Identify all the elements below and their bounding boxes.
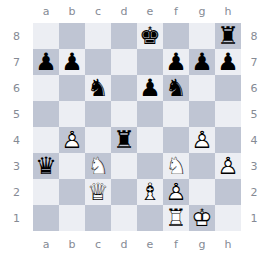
square-c7[interactable] (85, 49, 111, 75)
square-d6[interactable] (111, 75, 137, 101)
square-d2[interactable] (111, 179, 137, 205)
rank-label-right-3: 3 (241, 153, 267, 179)
square-b3[interactable] (59, 153, 85, 179)
piece-outline: ♖ (163, 205, 189, 231)
file-label-top-h: h (215, 0, 241, 23)
piece-outline: ♘ (85, 153, 111, 179)
square-b2[interactable] (59, 179, 85, 205)
square-a7[interactable]: ♟ (33, 49, 59, 75)
square-d3[interactable] (111, 153, 137, 179)
square-e3[interactable] (137, 153, 163, 179)
black-queen[interactable]: ♛ (33, 153, 59, 179)
black-rook[interactable]: ♜ (215, 23, 241, 49)
black-pawn[interactable]: ♟ (33, 49, 59, 75)
rank-label-right-8: 8 (241, 23, 267, 49)
square-e2[interactable]: ♝♗ (137, 179, 163, 205)
white-pawn[interactable]: ♟♙ (189, 127, 215, 153)
square-a3[interactable]: ♛ (33, 153, 59, 179)
square-d5[interactable] (111, 101, 137, 127)
file-label-bottom-a: a (33, 231, 59, 258)
square-c8[interactable] (85, 23, 111, 49)
white-knight[interactable]: ♞♘ (163, 153, 189, 179)
board-corner (0, 231, 33, 258)
piece-outline: ♙ (59, 127, 85, 153)
chess-board: abcdefgh8♚♜87♟♟♟♟♟76♞♟♞6554♟♙♜♟♙43♛♞♘♞♘♟… (0, 0, 267, 258)
square-h1[interactable] (215, 205, 241, 231)
square-c4[interactable] (85, 127, 111, 153)
square-a1[interactable] (33, 205, 59, 231)
white-pawn[interactable]: ♟♙ (163, 179, 189, 205)
square-b5[interactable] (59, 101, 85, 127)
file-label-bottom-d: d (111, 231, 137, 258)
rank-label-left-6: 6 (0, 75, 33, 101)
rank-label-left-4: 4 (0, 127, 33, 153)
piece-outline: ♙ (215, 153, 241, 179)
white-rook[interactable]: ♜♖ (163, 205, 189, 231)
piece-outline: ♕ (85, 179, 111, 205)
square-g5[interactable] (189, 101, 215, 127)
rank-label-right-6: 6 (241, 75, 267, 101)
square-e8[interactable]: ♚ (137, 23, 163, 49)
white-king[interactable]: ♚♔ (189, 205, 215, 231)
rank-label-right-5: 5 (241, 101, 267, 127)
black-king[interactable]: ♚ (137, 23, 163, 49)
square-a2[interactable] (33, 179, 59, 205)
square-a4[interactable] (33, 127, 59, 153)
file-label-bottom-h: h (215, 231, 241, 258)
square-g6[interactable] (189, 75, 215, 101)
square-c1[interactable] (85, 205, 111, 231)
chess-diagram: abcdefgh8♚♜87♟♟♟♟♟76♞♟♞6554♟♙♜♟♙43♛♞♘♞♘♟… (0, 0, 267, 258)
file-label-top-f: f (163, 0, 189, 23)
square-e7[interactable] (137, 49, 163, 75)
file-label-bottom-e: e (137, 231, 163, 258)
square-h5[interactable] (215, 101, 241, 127)
white-pawn[interactable]: ♟♙ (59, 127, 85, 153)
square-f6[interactable]: ♞ (163, 75, 189, 101)
square-c6[interactable]: ♞ (85, 75, 111, 101)
square-b6[interactable] (59, 75, 85, 101)
white-knight[interactable]: ♞♘ (85, 153, 111, 179)
square-b8[interactable] (59, 23, 85, 49)
piece-outline: ♘ (163, 153, 189, 179)
file-label-top-c: c (85, 0, 111, 23)
rank-label-right-4: 4 (241, 127, 267, 153)
square-d1[interactable] (111, 205, 137, 231)
black-knight[interactable]: ♞ (163, 75, 189, 101)
file-label-top-g: g (189, 0, 215, 23)
file-label-bottom-b: b (59, 231, 85, 258)
board-corner (241, 0, 267, 23)
rank-label-left-2: 2 (0, 179, 33, 205)
square-f1[interactable]: ♜♖ (163, 205, 189, 231)
square-h4[interactable] (215, 127, 241, 153)
square-c2[interactable]: ♛♕ (85, 179, 111, 205)
board-corner (0, 0, 33, 23)
black-rook[interactable]: ♜ (111, 127, 137, 153)
square-h3[interactable]: ♟♙ (215, 153, 241, 179)
square-f5[interactable] (163, 101, 189, 127)
square-f8[interactable] (163, 23, 189, 49)
rank-label-right-2: 2 (241, 179, 267, 205)
square-g7[interactable]: ♟ (189, 49, 215, 75)
square-g1[interactable]: ♚♔ (189, 205, 215, 231)
file-label-bottom-f: f (163, 231, 189, 258)
square-a8[interactable] (33, 23, 59, 49)
file-label-top-e: e (137, 0, 163, 23)
black-knight[interactable]: ♞ (85, 75, 111, 101)
square-h2[interactable] (215, 179, 241, 205)
rank-label-left-7: 7 (0, 49, 33, 75)
black-pawn[interactable]: ♟ (189, 49, 215, 75)
black-pawn[interactable]: ♟ (163, 49, 189, 75)
square-c3[interactable]: ♞♘ (85, 153, 111, 179)
file-label-bottom-c: c (85, 231, 111, 258)
rank-label-left-5: 5 (0, 101, 33, 127)
square-h8[interactable]: ♜ (215, 23, 241, 49)
board-corner (241, 231, 267, 258)
square-f3[interactable]: ♞♘ (163, 153, 189, 179)
black-pawn[interactable]: ♟ (215, 49, 241, 75)
white-queen[interactable]: ♛♕ (85, 179, 111, 205)
black-pawn[interactable]: ♟ (137, 75, 163, 101)
rank-label-right-7: 7 (241, 49, 267, 75)
square-g2[interactable] (189, 179, 215, 205)
piece-outline: ♗ (137, 179, 163, 205)
square-d7[interactable] (111, 49, 137, 75)
file-label-top-b: b (59, 0, 85, 23)
square-f2[interactable]: ♟♙ (163, 179, 189, 205)
black-pawn[interactable]: ♟ (59, 49, 85, 75)
square-a6[interactable] (33, 75, 59, 101)
white-bishop[interactable]: ♝♗ (137, 179, 163, 205)
piece-outline: ♔ (189, 205, 215, 231)
square-h6[interactable] (215, 75, 241, 101)
rank-label-right-1: 1 (241, 205, 267, 231)
square-d4[interactable]: ♜ (111, 127, 137, 153)
rank-label-left-3: 3 (0, 153, 33, 179)
white-pawn[interactable]: ♟♙ (215, 153, 241, 179)
square-e4[interactable] (137, 127, 163, 153)
piece-outline: ♙ (163, 179, 189, 205)
square-b1[interactable] (59, 205, 85, 231)
rank-label-left-1: 1 (0, 205, 33, 231)
piece-outline: ♙ (189, 127, 215, 153)
square-h7[interactable]: ♟ (215, 49, 241, 75)
square-f7[interactable]: ♟ (163, 49, 189, 75)
file-label-bottom-g: g (189, 231, 215, 258)
file-label-top-a: a (33, 0, 59, 23)
rank-label-left-8: 8 (0, 23, 33, 49)
square-b7[interactable]: ♟ (59, 49, 85, 75)
square-e6[interactable]: ♟ (137, 75, 163, 101)
square-g8[interactable] (189, 23, 215, 49)
square-f4[interactable] (163, 127, 189, 153)
file-label-top-d: d (111, 0, 137, 23)
square-g4[interactable]: ♟♙ (189, 127, 215, 153)
square-g3[interactable] (189, 153, 215, 179)
square-e5[interactable] (137, 101, 163, 127)
square-c5[interactable] (85, 101, 111, 127)
square-b4[interactable]: ♟♙ (59, 127, 85, 153)
square-e1[interactable] (137, 205, 163, 231)
square-a5[interactable] (33, 101, 59, 127)
square-d8[interactable] (111, 23, 137, 49)
